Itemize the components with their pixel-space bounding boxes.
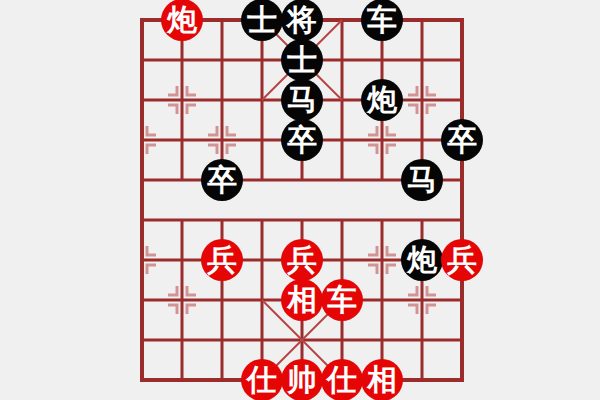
piece-black-cannon[interactable]: 炮 <box>401 239 443 281</box>
piece-red-cannon[interactable]: 炮 <box>161 0 203 41</box>
piece-red-elephant[interactable]: 相 <box>281 279 323 321</box>
piece-black-general[interactable]: 将 <box>281 0 323 41</box>
piece-black-soldier[interactable]: 卒 <box>441 119 483 161</box>
piece-black-horse[interactable]: 马 <box>401 159 443 201</box>
piece-red-advisor[interactable]: 仕 <box>241 359 283 400</box>
piece-red-general[interactable]: 帅 <box>281 359 323 400</box>
piece-black-cannon[interactable]: 炮 <box>361 79 403 121</box>
pieces-layer: 炮士将车士马炮卒卒卒马兵兵炮兵相车仕帅仕相 <box>0 0 600 400</box>
piece-black-chariot[interactable]: 车 <box>361 0 403 41</box>
piece-black-advisor[interactable]: 士 <box>241 0 283 41</box>
piece-black-soldier[interactable]: 卒 <box>201 159 243 201</box>
piece-red-soldier[interactable]: 兵 <box>201 239 243 281</box>
piece-red-advisor[interactable]: 仕 <box>321 359 363 400</box>
piece-red-chariot[interactable]: 车 <box>321 279 363 321</box>
piece-black-horse[interactable]: 马 <box>281 79 323 121</box>
piece-red-elephant[interactable]: 相 <box>361 359 403 400</box>
piece-red-soldier[interactable]: 兵 <box>281 239 323 281</box>
piece-black-soldier[interactable]: 卒 <box>281 119 323 161</box>
piece-red-soldier[interactable]: 兵 <box>441 239 483 281</box>
xiangqi-board: 炮士将车士马炮卒卒卒马兵兵炮兵相车仕帅仕相 <box>0 0 600 400</box>
piece-black-advisor[interactable]: 士 <box>281 39 323 81</box>
